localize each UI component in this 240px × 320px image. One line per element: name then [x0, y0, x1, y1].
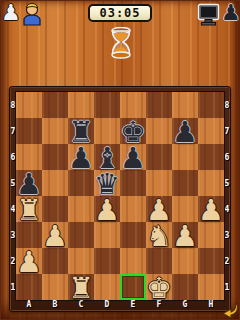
square-f6[interactable]: [146, 144, 172, 170]
rank-label-7: 7: [224, 118, 230, 144]
rank-label-3: 3: [224, 222, 230, 248]
black-king: ♚: [120, 118, 146, 147]
rank-label-2: 2: [224, 248, 230, 274]
square-h4[interactable]: ♟: [198, 196, 224, 222]
square-g3[interactable]: ♟: [172, 222, 198, 248]
square-c8[interactable]: [68, 92, 94, 118]
square-e2[interactable]: [120, 248, 146, 274]
file-labels: ABCDEFGH: [16, 299, 224, 310]
square-f1[interactable]: ♚: [146, 274, 172, 300]
square-g1[interactable]: [172, 274, 198, 300]
chess-board: 87654321 87654321 ♜♚♟♟♝♟♟♛♜♟♟♟♟♞♟♟♜♚ ABC…: [9, 86, 231, 312]
square-a7[interactable]: [16, 118, 42, 144]
file-label-d: D: [94, 299, 120, 310]
file-label-b: B: [42, 299, 68, 310]
square-c6[interactable]: ♟: [68, 144, 94, 170]
square-g8[interactable]: [172, 92, 198, 118]
board-grid: ♜♚♟♟♝♟♟♛♜♟♟♟♟♞♟♟♜♚: [16, 92, 224, 300]
square-d2[interactable]: [94, 248, 120, 274]
square-b7[interactable]: [42, 118, 68, 144]
square-a3[interactable]: [16, 222, 42, 248]
white-pawn: ♟: [16, 248, 42, 277]
file-label-g: G: [172, 299, 198, 310]
square-f8[interactable]: [146, 92, 172, 118]
square-a5[interactable]: ♟: [16, 170, 42, 196]
square-e8[interactable]: [120, 92, 146, 118]
square-d7[interactable]: [94, 118, 120, 144]
white-pawn: ♟: [94, 196, 120, 225]
rank-label-1: 1: [224, 274, 230, 300]
human-player-icon: [20, 1, 44, 27]
white-pawn: ♟: [172, 222, 198, 251]
white-pawn: ♟: [198, 196, 224, 225]
chess-app-screen: ♟ 03:05 ♟ 87654321 87654321 ♜♚♟♟♝♟♟♛♜♟♟♟…: [0, 0, 240, 320]
square-e1[interactable]: [120, 274, 146, 300]
square-c3[interactable]: [68, 222, 94, 248]
file-label-f: F: [146, 299, 172, 310]
square-e3[interactable]: [120, 222, 146, 248]
square-c4[interactable]: [68, 196, 94, 222]
square-f3[interactable]: ♞: [146, 222, 172, 248]
square-b4[interactable]: [42, 196, 68, 222]
square-c1[interactable]: ♜: [68, 274, 94, 300]
square-d4[interactable]: ♟: [94, 196, 120, 222]
square-a2[interactable]: ♟: [16, 248, 42, 274]
square-c5[interactable]: [68, 170, 94, 196]
square-f5[interactable]: [146, 170, 172, 196]
square-a1[interactable]: [16, 274, 42, 300]
square-h7[interactable]: [198, 118, 224, 144]
white-pawn: ♟: [146, 196, 172, 225]
black-pawn: ♟: [68, 144, 94, 173]
square-a4[interactable]: ♜: [16, 196, 42, 222]
square-f2[interactable]: [146, 248, 172, 274]
square-f4[interactable]: ♟: [146, 196, 172, 222]
square-b6[interactable]: [42, 144, 68, 170]
square-e6[interactable]: ♟: [120, 144, 146, 170]
square-h6[interactable]: [198, 144, 224, 170]
square-d3[interactable]: [94, 222, 120, 248]
square-a6[interactable]: [16, 144, 42, 170]
black-queen: ♛: [94, 170, 120, 199]
black-bishop: ♝: [94, 144, 120, 173]
square-g5[interactable]: [172, 170, 198, 196]
square-d8[interactable]: [94, 92, 120, 118]
square-h2[interactable]: [198, 248, 224, 274]
black-pawn: ♟: [172, 118, 198, 147]
black-pawn: ♟: [16, 170, 42, 199]
rank-label-8: 8: [224, 92, 230, 118]
black-pawn-icon: ♟: [221, 0, 240, 26]
square-g2[interactable]: [172, 248, 198, 274]
square-d1[interactable]: [94, 274, 120, 300]
file-label-c: C: [68, 299, 94, 310]
square-e7[interactable]: ♚: [120, 118, 146, 144]
square-b8[interactable]: [42, 92, 68, 118]
square-h1[interactable]: [198, 274, 224, 300]
rank-label-5: 5: [224, 170, 230, 196]
timer-value: 03:05: [99, 6, 140, 20]
square-c7[interactable]: ♜: [68, 118, 94, 144]
black-rook: ♜: [68, 118, 94, 147]
white-pawn: ♟: [42, 222, 68, 251]
square-b2[interactable]: [42, 248, 68, 274]
square-e4[interactable]: [120, 196, 146, 222]
square-b3[interactable]: ♟: [42, 222, 68, 248]
square-g7[interactable]: ♟: [172, 118, 198, 144]
black-pawn: ♟: [120, 144, 146, 173]
square-c2[interactable]: [68, 248, 94, 274]
square-g6[interactable]: [172, 144, 198, 170]
square-h3[interactable]: [198, 222, 224, 248]
square-d5[interactable]: ♛: [94, 170, 120, 196]
square-a8[interactable]: [16, 92, 42, 118]
timer-display: 03:05: [88, 4, 152, 22]
computer-icon: [197, 3, 222, 26]
square-g4[interactable]: [172, 196, 198, 222]
square-b1[interactable]: [42, 274, 68, 300]
white-knight: ♞: [146, 222, 172, 251]
square-e5[interactable]: [120, 170, 146, 196]
white-pawn-icon: ♟: [1, 0, 21, 26]
hourglass-icon: [108, 27, 134, 59]
white-rook: ♜: [16, 196, 42, 225]
rank-label-6: 6: [224, 144, 230, 170]
rank-label-4: 4: [224, 196, 230, 222]
square-d6[interactable]: ♝: [94, 144, 120, 170]
square-f7[interactable]: [146, 118, 172, 144]
undo-button[interactable]: [219, 301, 238, 319]
square-b5[interactable]: [42, 170, 68, 196]
square-h5[interactable]: [198, 170, 224, 196]
rank-labels-right: 87654321: [224, 92, 230, 300]
file-label-e: E: [120, 299, 146, 310]
file-label-a: A: [16, 299, 42, 310]
square-h8[interactable]: [198, 92, 224, 118]
